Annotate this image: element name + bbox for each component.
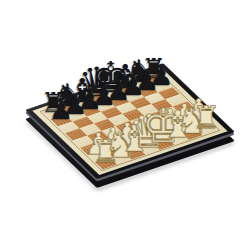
chess-board-frame: [25, 63, 235, 179]
chess-set-product-photo: ♜♞♝♛♚♝♞♜♟♟♟♟♟♟♟♟♟♟♟♟♟♟♟♟♜♞♝♛♚♝♞♜: [0, 0, 250, 250]
